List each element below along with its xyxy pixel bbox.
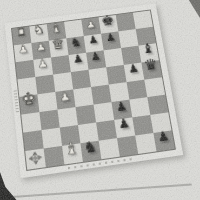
piece-white-pawn-c4[interactable]: ♟ — [59, 90, 71, 103]
piece-white-pawn-b7[interactable]: ♟ — [35, 42, 46, 54]
piece-white-pawn-a7[interactable]: ♟ — [18, 44, 29, 56]
piece-black-pawn-f7[interactable]: ♟ — [105, 32, 116, 44]
piece-black-queen-h5[interactable]: ♛ — [143, 58, 159, 75]
piece-black-bishop-h6[interactable]: ♝ — [141, 42, 155, 57]
piece-white-knight-b8[interactable]: ♞ — [32, 24, 45, 37]
piece-black-knight-d7[interactable]: ♞ — [69, 36, 82, 50]
piece-white-pawn-b6[interactable]: ♟ — [37, 58, 49, 70]
piece-black-pawn-e7[interactable]: ♟ — [88, 35, 99, 47]
piece-black-pawn-f2[interactable]: ♟ — [117, 117, 130, 131]
chess-board[interactable]: ♜♞♝♟♚♟♟♛♞♟♟♟♟♟♝♟♛♚♟♟♟♝♞♟ — [5, 3, 184, 178]
piece-black-pawn-d6[interactable]: ♟ — [72, 53, 84, 65]
piece-black-knight-d1[interactable]: ♞ — [82, 139, 98, 156]
piece-black-pawn-f3[interactable]: ♟ — [115, 100, 128, 114]
compass-cross-emblem-icon — [28, 148, 44, 170]
piece-white-queen-c7[interactable]: ♛ — [51, 36, 66, 52]
piece-black-pawn-g5[interactable]: ♟ — [127, 63, 139, 76]
piece-black-pawn-h1[interactable]: ♟ — [156, 130, 170, 145]
chessboard-photo: ♜♞♝♟♚♟♟♛♞♟♟♟♟♟♝♟♛♚♟♟♟♝♞♟ — [0, 0, 200, 200]
piece-white-pawn-e8[interactable]: ♟ — [85, 18, 96, 29]
piece-white-bishop-c1[interactable]: ♝ — [64, 141, 80, 159]
piece-white-rook-a8[interactable]: ♜ — [16, 27, 28, 39]
shadow-corner-top-right — [184, 0, 200, 18]
table-edge-line — [4, 183, 192, 198]
piece-black-pawn-e6[interactable]: ♟ — [90, 51, 102, 63]
piece-white-king-a4[interactable]: ♚ — [21, 91, 38, 109]
piece-white-bishop-c8[interactable]: ♝ — [50, 21, 63, 35]
square-b1[interactable] — [44, 146, 65, 167]
piece-black-king-f8[interactable]: ♚ — [100, 13, 115, 28]
